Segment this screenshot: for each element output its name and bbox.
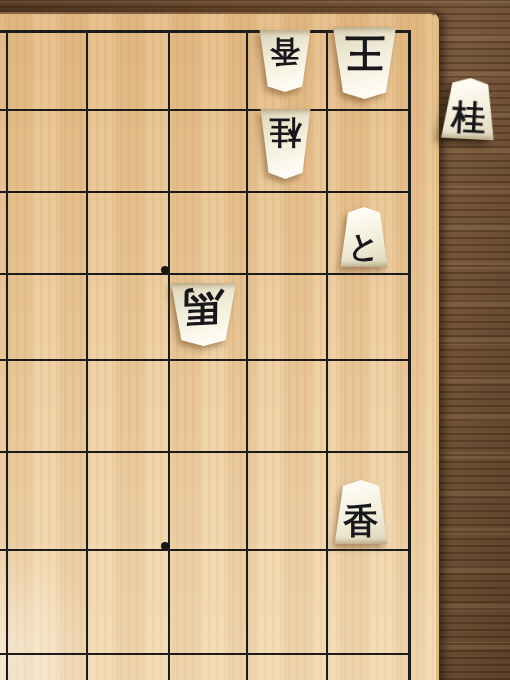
shogi-board — [0, 12, 439, 680]
piece-sente-lance-1f[interactable]: 香 — [333, 480, 389, 544]
piece-body: 馬 — [169, 283, 238, 346]
piece-body: 王 — [331, 27, 398, 99]
piece-kanji: 香 — [270, 30, 300, 66]
piece-gote-lance-2a[interactable]: 香 — [258, 30, 312, 92]
piece-kanji: 桂 — [450, 99, 486, 140]
piece-kanji: 馬 — [183, 282, 224, 328]
piece-body: 桂 — [439, 77, 498, 141]
piece-body: 香 — [333, 480, 389, 544]
piece-sente-knight-in-hand[interactable]: 桂 — [439, 77, 498, 141]
piece-gote-horse-3d[interactable]: 馬 — [169, 283, 238, 346]
star-points — [0, 30, 405, 680]
piece-body: 香 — [258, 30, 312, 92]
piece-gote-king-1a[interactable]: 王 — [331, 27, 398, 99]
shogi-photo: { "game": "shogi", "scene": "Overhead ph… — [0, 0, 510, 680]
piece-kanji: 香 — [344, 504, 379, 544]
star-point-icon — [161, 266, 169, 274]
piece-kanji: と — [348, 231, 380, 267]
piece-kanji: 桂 — [270, 109, 302, 149]
piece-kanji: 王 — [345, 27, 385, 73]
star-point-icon — [161, 542, 169, 550]
piece-body: と — [339, 207, 389, 267]
piece-gote-knight-2b[interactable]: 桂 — [259, 109, 312, 179]
piece-sente-tokin-1c[interactable]: と — [339, 207, 389, 267]
piece-body: 桂 — [259, 109, 312, 179]
